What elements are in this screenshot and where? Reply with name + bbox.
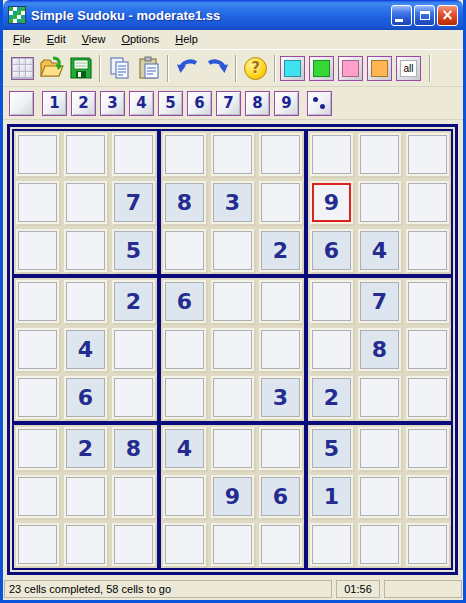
orange-swatch-icon — [371, 60, 388, 77]
main-toolbar: ? all — [3, 50, 463, 87]
sudoku-cell-r3c6[interactable]: 2 — [261, 231, 300, 270]
sudoku-cell-r6c1[interactable] — [18, 378, 57, 417]
highlight-green-button[interactable] — [309, 56, 334, 81]
digit-buttons: 123456789 — [42, 91, 303, 116]
save-button[interactable] — [66, 54, 95, 83]
cyan-swatch-icon — [284, 60, 301, 77]
highlight-pink-button[interactable] — [338, 56, 363, 81]
sudoku-cell-r7c5[interactable] — [213, 429, 252, 468]
copy-icon — [108, 56, 132, 80]
sudoku-cell-r7c9[interactable] — [408, 429, 447, 468]
close-icon: × — [441, 8, 454, 23]
sudoku-cell-r4c4[interactable]: 6 — [165, 282, 204, 321]
sudoku-cell-r9c4[interactable] — [165, 525, 204, 564]
sudoku-cell-r1c4[interactable] — [165, 135, 204, 174]
new-puzzle-button[interactable] — [8, 54, 37, 83]
sudoku-cell-r5c6[interactable] — [261, 330, 300, 369]
number-button-4[interactable]: 4 — [129, 91, 154, 116]
highlight-all-button[interactable]: all — [396, 56, 421, 81]
sudoku-cell-r6c8[interactable] — [360, 378, 399, 417]
number-button-8[interactable]: 8 — [245, 91, 270, 116]
maximize-button[interactable] — [414, 5, 435, 26]
sudoku-box-3: 964 — [306, 129, 453, 276]
highlight-orange-button[interactable] — [367, 56, 392, 81]
minimize-button[interactable] — [391, 5, 412, 26]
help-button[interactable]: ? — [241, 54, 270, 83]
sudoku-cell-r9c3[interactable] — [114, 525, 153, 564]
sudoku-cell-r5c2[interactable]: 4 — [66, 330, 105, 369]
undo-icon — [176, 56, 200, 80]
sudoku-cell-r2c2[interactable] — [66, 183, 105, 222]
menu-view[interactable]: View — [74, 31, 114, 48]
sudoku-cell-r9c2[interactable] — [66, 525, 105, 564]
redo-button[interactable] — [202, 54, 231, 83]
open-button[interactable] — [37, 54, 66, 83]
number-button-5[interactable]: 5 — [158, 91, 183, 116]
menu-file[interactable]: File — [5, 31, 39, 48]
sudoku-box-8: 496 — [159, 423, 306, 570]
close-button[interactable]: × — [437, 5, 458, 26]
highlight-cyan-button[interactable] — [280, 56, 305, 81]
sudoku-cell-r3c9[interactable] — [408, 231, 447, 270]
sudoku-cell-r1c9[interactable] — [408, 135, 447, 174]
sudoku-cell-r6c4[interactable] — [165, 378, 204, 417]
sudoku-cell-r7c3[interactable]: 8 — [114, 429, 153, 468]
sudoku-cell-r3c2[interactable] — [66, 231, 105, 270]
toolbar-separator — [429, 55, 431, 82]
sudoku-cell-r1c6[interactable] — [261, 135, 300, 174]
menu-edit[interactable]: Edit — [39, 31, 74, 48]
sudoku-cell-r1c1[interactable] — [18, 135, 57, 174]
sudoku-cell-r6c6[interactable]: 3 — [261, 378, 300, 417]
number-button-3[interactable]: 3 — [100, 91, 125, 116]
number-button-6[interactable]: 6 — [187, 91, 212, 116]
sudoku-box-1: 75 — [12, 129, 159, 276]
sudoku-cell-r4c6[interactable] — [261, 282, 300, 321]
titlebar: Simple Sudoku - moderate1.ss × — [3, 0, 463, 30]
sudoku-cell-r5c3[interactable] — [114, 330, 153, 369]
sudoku-cell-r5c9[interactable] — [408, 330, 447, 369]
sudoku-cell-r4c2[interactable] — [66, 282, 105, 321]
redo-icon — [205, 56, 229, 80]
sudoku-cell-r4c9[interactable] — [408, 282, 447, 321]
sudoku-cell-r9c7[interactable] — [312, 525, 351, 564]
sudoku-cell-r7c2[interactable]: 2 — [66, 429, 105, 468]
sudoku-cell-r7c8[interactable] — [360, 429, 399, 468]
sudoku-cell-r8c5[interactable]: 9 — [213, 477, 252, 516]
window-title: Simple Sudoku - moderate1.ss — [31, 8, 389, 23]
sudoku-cell-r4c8[interactable]: 7 — [360, 282, 399, 321]
sudoku-cell-r8c9[interactable] — [408, 477, 447, 516]
sudoku-cell-r3c8[interactable]: 4 — [360, 231, 399, 270]
sudoku-box-7: 28 — [12, 423, 159, 570]
number-button-7[interactable]: 7 — [216, 91, 241, 116]
sudoku-cell-r1c2[interactable] — [66, 135, 105, 174]
sudoku-cell-r2c4[interactable]: 8 — [165, 183, 204, 222]
paste-button[interactable] — [134, 54, 163, 83]
sudoku-cell-r2c6[interactable] — [261, 183, 300, 222]
sudoku-cell-r6c3[interactable] — [114, 378, 153, 417]
number-button-2[interactable]: 2 — [71, 91, 96, 116]
app-window: Simple Sudoku - moderate1.ss × File Edit… — [0, 0, 466, 603]
status-bar: 23 cells completed, 58 cells to go 01:56 — [3, 578, 463, 600]
sudoku-cell-r5c4[interactable] — [165, 330, 204, 369]
toolbar-separator — [99, 55, 101, 82]
sudoku-cell-r7c4[interactable]: 4 — [165, 429, 204, 468]
menu-help[interactable]: Help — [167, 31, 206, 48]
menu-bar: File Edit View Options Help — [3, 30, 463, 50]
sudoku-cell-r9c1[interactable] — [18, 525, 57, 564]
number-toolbar: 123456789 — [3, 87, 463, 120]
sudoku-cell-r8c1[interactable] — [18, 477, 57, 516]
sudoku-cell-r9c5[interactable] — [213, 525, 252, 564]
sudoku-cell-r3c3[interactable]: 5 — [114, 231, 153, 270]
sudoku-cell-r8c8[interactable] — [360, 477, 399, 516]
help-icon: ? — [244, 57, 267, 80]
sudoku-box-2: 832 — [159, 129, 306, 276]
sudoku-cell-r1c8[interactable] — [360, 135, 399, 174]
sudoku-cell-r9c6[interactable] — [261, 525, 300, 564]
sudoku-cell-r2c8[interactable] — [360, 183, 399, 222]
sudoku-box-9: 51 — [306, 423, 453, 570]
sudoku-cell-r8c3[interactable] — [114, 477, 153, 516]
sudoku-cell-r6c5[interactable] — [213, 378, 252, 417]
sudoku-cell-r2c3[interactable]: 7 — [114, 183, 153, 222]
sudoku-cell-r3c1[interactable] — [18, 231, 57, 270]
sudoku-cell-r8c2[interactable] — [66, 477, 105, 516]
number-button-1[interactable]: 1 — [42, 91, 67, 116]
sudoku-box-4: 246 — [12, 276, 159, 423]
paste-icon — [137, 56, 161, 80]
sudoku-cell-r1c3[interactable] — [114, 135, 153, 174]
menu-options[interactable]: Options — [113, 31, 167, 48]
sudoku-cell-r8c7[interactable]: 1 — [312, 477, 351, 516]
save-icon — [69, 56, 93, 80]
sudoku-cell-r9c8[interactable] — [360, 525, 399, 564]
green-swatch-icon — [313, 60, 330, 77]
pink-swatch-icon — [342, 60, 359, 77]
sudoku-cell-r1c5[interactable] — [213, 135, 252, 174]
sudoku-cell-r9c9[interactable] — [408, 525, 447, 564]
sudoku-cell-r4c5[interactable] — [213, 282, 252, 321]
undo-button[interactable] — [173, 54, 202, 83]
sudoku-cell-r3c5[interactable] — [213, 231, 252, 270]
sudoku-cell-r2c9[interactable] — [408, 183, 447, 222]
sudoku-cell-r2c1[interactable] — [18, 183, 57, 222]
open-folder-icon — [39, 56, 65, 80]
board-area: 75832964246637822849651 — [3, 120, 463, 578]
clear-cell-button[interactable] — [9, 91, 34, 116]
sudoku-cell-r7c6[interactable] — [261, 429, 300, 468]
sudoku-cell-r3c7[interactable]: 6 — [312, 231, 351, 270]
sudoku-box-6: 782 — [306, 276, 453, 423]
sudoku-cell-r7c7[interactable]: 5 — [312, 429, 351, 468]
sudoku-cell-r3c4[interactable] — [165, 231, 204, 270]
toolbar-separator — [167, 55, 169, 82]
sudoku-cell-r1c7[interactable] — [312, 135, 351, 174]
copy-button[interactable] — [105, 54, 134, 83]
sudoku-cell-r4c7[interactable] — [312, 282, 351, 321]
sudoku-cell-r8c4[interactable] — [165, 477, 204, 516]
sudoku-cell-r5c7[interactable] — [312, 330, 351, 369]
sudoku-cell-r7c1[interactable] — [18, 429, 57, 468]
sudoku-cell-r5c8[interactable]: 8 — [360, 330, 399, 369]
minimize-icon — [395, 19, 403, 22]
maximize-icon — [420, 11, 430, 20]
all-label: all — [400, 60, 417, 77]
sudoku-cell-r2c7[interactable]: 9 — [312, 183, 351, 222]
status-extra-panel — [384, 580, 462, 598]
toolbar-separator — [235, 55, 237, 82]
pencil-marks-button[interactable] — [307, 91, 332, 116]
number-button-9[interactable]: 9 — [274, 91, 299, 116]
toolbar-separator — [274, 55, 276, 82]
grid-icon — [11, 57, 34, 80]
sudoku-cell-r4c1[interactable] — [18, 282, 57, 321]
status-timer: 01:56 — [336, 580, 380, 598]
sudoku-cell-r8c6[interactable]: 6 — [261, 477, 300, 516]
pencil-marks-icon — [308, 92, 331, 115]
sudoku-cell-r5c5[interactable] — [213, 330, 252, 369]
app-icon — [8, 6, 26, 24]
sudoku-cell-r6c2[interactable]: 6 — [66, 378, 105, 417]
sudoku-cell-r6c9[interactable] — [408, 378, 447, 417]
sudoku-cell-r2c5[interactable]: 3 — [213, 183, 252, 222]
sudoku-board: 75832964246637822849651 — [7, 124, 458, 575]
status-message: 23 cells completed, 58 cells to go — [4, 580, 332, 598]
sudoku-cell-r4c3[interactable]: 2 — [114, 282, 153, 321]
sudoku-box-5: 63 — [159, 276, 306, 423]
sudoku-cell-r6c7[interactable]: 2 — [312, 378, 351, 417]
sudoku-cell-r5c1[interactable] — [18, 330, 57, 369]
